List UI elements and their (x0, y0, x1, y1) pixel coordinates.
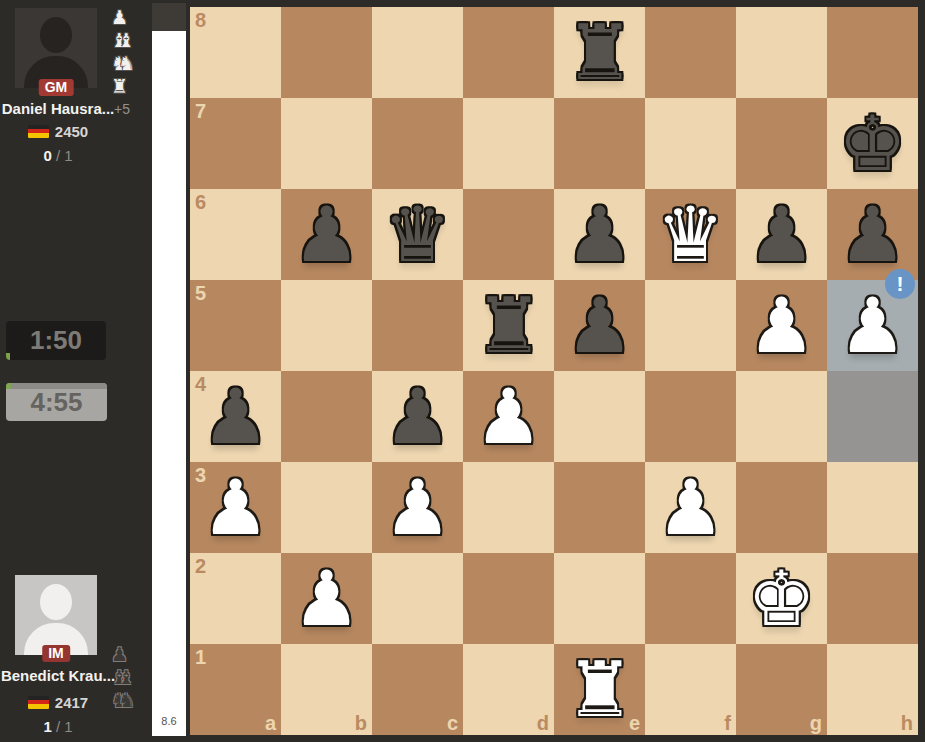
square-d5[interactable]: ♜ (463, 280, 554, 371)
rating-row-bottom: 2417 (0, 694, 116, 711)
avatar-silhouette (40, 584, 72, 620)
avatar-bottom-player[interactable] (15, 575, 97, 655)
square-a2[interactable]: 2 (190, 553, 281, 644)
clock-progress-strip (6, 383, 107, 389)
square-b4[interactable] (281, 371, 372, 462)
square-g6[interactable]: ♟ (736, 189, 827, 280)
piece-black-rook-d5[interactable]: ♜ (463, 280, 554, 371)
captured-pawn-icon: ♟ (111, 8, 128, 27)
square-h3[interactable] (827, 462, 918, 553)
square-e1[interactable]: e♜ (554, 644, 645, 735)
piece-white-pawn-g5[interactable]: ♟ (736, 280, 827, 371)
square-d4[interactable]: ♟ (463, 371, 554, 462)
match-score-top: 0 / 1 (0, 147, 116, 164)
captured-bishop-icon: ♝ (118, 668, 135, 687)
match-score-bottom: 1 / 1 (0, 718, 116, 735)
square-c1[interactable]: c (372, 644, 463, 735)
square-c8[interactable] (372, 7, 463, 98)
eval-white-portion: 8.6 (152, 31, 186, 736)
clock-time: 4:55 (30, 387, 82, 418)
rank-label-6: 6 (195, 191, 206, 214)
square-c2[interactable] (372, 553, 463, 644)
rating-top: 2450 (55, 123, 88, 140)
avatar-top-player[interactable] (15, 8, 97, 88)
square-c4[interactable]: ♟ (372, 371, 463, 462)
square-g5[interactable]: ♟ (736, 280, 827, 371)
square-e5[interactable]: ♟ (554, 280, 645, 371)
file-label-b: b (355, 712, 367, 735)
square-g8[interactable] (736, 7, 827, 98)
square-f4[interactable] (645, 371, 736, 462)
captured-knight-icon: ♞ (118, 54, 135, 73)
piece-black-pawn-e6[interactable]: ♟ (554, 189, 645, 280)
square-e3[interactable] (554, 462, 645, 553)
square-h4[interactable] (827, 371, 918, 462)
clock-progress-sliver (6, 383, 11, 389)
piece-white-pawn-d4[interactable]: ♟ (463, 371, 554, 462)
piece-black-rook-e8[interactable]: ♜ (554, 7, 645, 98)
piece-black-pawn-g6[interactable]: ♟ (736, 189, 827, 280)
square-e8[interactable]: ♜ (554, 7, 645, 98)
square-f7[interactable] (645, 98, 736, 189)
square-h8[interactable] (827, 7, 918, 98)
rank-label-4: 4 (195, 373, 206, 396)
rank-label-7: 7 (195, 100, 206, 123)
piece-black-queen-c6[interactable]: ♛ (372, 189, 463, 280)
title-badge-im: IM (42, 645, 70, 662)
square-f8[interactable] (645, 7, 736, 98)
square-e7[interactable] (554, 98, 645, 189)
file-label-f: f (724, 712, 731, 735)
material-advantage: +5 (111, 101, 151, 117)
chess-game-screen: GM Daniel Hausra... 2450 0 / 1 ♟♝♝♞♞♜ +5… (0, 0, 925, 742)
clock-time: 1:50 (30, 325, 82, 356)
square-d3[interactable] (463, 462, 554, 553)
square-b7[interactable] (281, 98, 372, 189)
square-b6[interactable]: ♟ (281, 189, 372, 280)
rating-row-top: 2450 (0, 123, 116, 140)
germany-flag-icon (28, 696, 49, 709)
square-c3[interactable]: ♟ (372, 462, 463, 553)
rank-label-3: 3 (195, 464, 206, 487)
captured-pawn-icon: ♟ (111, 645, 128, 664)
piece-black-pawn-h6[interactable]: ♟ (827, 189, 918, 280)
rank-label-8: 8 (195, 9, 206, 32)
square-f6[interactable]: ♛ (645, 189, 736, 280)
piece-white-queen-f6[interactable]: ♛ (645, 189, 736, 280)
square-a5[interactable]: 5 (190, 280, 281, 371)
square-d8[interactable] (463, 7, 554, 98)
score-value: 1 (43, 718, 51, 735)
captured-pieces-bottom: ♟♝♝♞♞ (111, 644, 151, 713)
square-h6[interactable]: ♟ (827, 189, 918, 280)
square-e4[interactable] (554, 371, 645, 462)
rank-label-2: 2 (195, 555, 206, 578)
square-h5[interactable]: ♟! (827, 280, 918, 371)
square-b1[interactable]: b (281, 644, 372, 735)
square-c5[interactable] (372, 280, 463, 371)
score-total: / 1 (52, 147, 73, 164)
captured-knight-icon: ♞ (118, 691, 135, 710)
sidebar: GM Daniel Hausra... 2450 0 / 1 ♟♝♝♞♞♜ +5… (0, 0, 148, 742)
piece-white-pawn-c3[interactable]: ♟ (372, 462, 463, 553)
piece-white-king-g2[interactable]: ♚ (736, 553, 827, 644)
file-label-a: a (265, 712, 276, 735)
square-g7[interactable] (736, 98, 827, 189)
file-label-c: c (447, 712, 458, 735)
square-b8[interactable] (281, 7, 372, 98)
square-a8[interactable]: 8 (190, 7, 281, 98)
square-f3[interactable]: ♟ (645, 462, 736, 553)
clock-progress-sliver (6, 353, 10, 360)
piece-white-pawn-b2[interactable]: ♟ (281, 553, 372, 644)
evaluation-bar: 8.6 (152, 3, 186, 736)
square-a7[interactable]: 7 (190, 98, 281, 189)
germany-flag-icon (28, 125, 49, 138)
square-f5[interactable] (645, 280, 736, 371)
eval-score: 8.6 (161, 715, 176, 736)
rating-bottom: 2417 (55, 694, 88, 711)
move-annotation-badge: ! (885, 269, 915, 299)
file-label-d: d (537, 712, 549, 735)
file-label-e: e (629, 712, 640, 735)
square-b3[interactable] (281, 462, 372, 553)
square-g2[interactable]: ♚ (736, 553, 827, 644)
clock-top-player: 1:50 (6, 321, 106, 360)
captured-pieces-top: ♟♝♝♞♞♜ +5 (111, 7, 151, 117)
rank-label-1: 1 (195, 646, 206, 669)
square-g3[interactable] (736, 462, 827, 553)
square-b5[interactable] (281, 280, 372, 371)
square-c6[interactable]: ♛ (372, 189, 463, 280)
captured-bishop-icon: ♝ (118, 31, 135, 50)
piece-black-pawn-b6[interactable]: ♟ (281, 189, 372, 280)
square-d7[interactable] (463, 98, 554, 189)
piece-black-king-h7[interactable]: ♚ (827, 98, 918, 189)
square-a4[interactable]: 4♟ (190, 371, 281, 462)
square-g4[interactable] (736, 371, 827, 462)
square-h2[interactable] (827, 553, 918, 644)
square-b2[interactable]: ♟ (281, 553, 372, 644)
file-label-h: h (901, 712, 913, 735)
square-a1[interactable]: 1a (190, 644, 281, 735)
piece-black-pawn-e5[interactable]: ♟ (554, 280, 645, 371)
clock-bottom-player: 4:55 (6, 383, 107, 421)
captured-rook-icon: ♜ (111, 77, 128, 96)
square-f2[interactable] (645, 553, 736, 644)
square-g1[interactable]: g (736, 644, 827, 735)
square-d2[interactable] (463, 553, 554, 644)
square-c7[interactable] (372, 98, 463, 189)
square-a3[interactable]: 3♟ (190, 462, 281, 553)
piece-black-pawn-c4[interactable]: ♟ (372, 371, 463, 462)
square-d1[interactable]: d (463, 644, 554, 735)
square-d6[interactable] (463, 189, 554, 280)
square-f1[interactable]: f (645, 644, 736, 735)
score-value: 0 (43, 147, 51, 164)
title-badge-gm: GM (39, 79, 74, 96)
square-a6[interactable]: 6 (190, 189, 281, 280)
square-h1[interactable]: h (827, 644, 918, 735)
score-total: / 1 (52, 718, 73, 735)
player-name-bottom[interactable]: Benedict Krau... (0, 667, 116, 684)
square-e6[interactable]: ♟ (554, 189, 645, 280)
chess-board: 8♜7♚6♟♛♟♛♟♟5♜♟♟♟!4♟♟♟3♟♟♟2♟♚1abcde♜fgh (190, 7, 918, 735)
rank-label-5: 5 (195, 282, 206, 305)
eval-black-portion (152, 3, 186, 31)
file-label-g: g (810, 712, 822, 735)
square-e2[interactable] (554, 553, 645, 644)
piece-white-pawn-f3[interactable]: ♟ (645, 462, 736, 553)
player-name-top[interactable]: Daniel Hausra... (0, 100, 116, 117)
avatar-silhouette (40, 17, 72, 53)
square-h7[interactable]: ♚ (827, 98, 918, 189)
